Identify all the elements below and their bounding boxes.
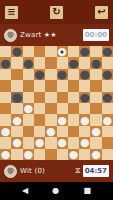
white-king[interactable]: ●	[57, 46, 68, 57]
square-r8c3[interactable]: ●	[34, 137, 45, 148]
white-man[interactable]: ●	[57, 137, 68, 148]
player-row-black: Zwart ★★ 00:00	[0, 24, 113, 46]
square-r0c5[interactable]: ●	[57, 46, 68, 57]
square-r9c2[interactable]: ●	[23, 149, 34, 160]
square-r0c4	[45, 46, 56, 57]
square-r9c7	[79, 149, 90, 160]
square-r0c1[interactable]: ●	[11, 46, 22, 57]
square-r9c1	[11, 149, 22, 160]
black-man[interactable]: ●	[79, 92, 90, 103]
square-r1c1	[11, 57, 22, 68]
square-r6c2	[23, 114, 34, 125]
board[interactable]: ●●●●●●●●●●●●●●●●●●●●●●●●●●●●●●●	[0, 46, 113, 160]
square-r2c9[interactable]: ●	[102, 69, 113, 80]
square-r2c0	[0, 69, 11, 80]
square-r3c5	[57, 80, 68, 91]
square-r4c0	[0, 92, 11, 103]
square-r8c2	[23, 137, 34, 148]
square-r4c5[interactable]	[57, 92, 68, 103]
square-r3c6[interactable]	[68, 80, 79, 91]
square-r6c6	[68, 114, 79, 125]
square-r2c8	[90, 69, 101, 80]
square-r6c9[interactable]: ●	[102, 114, 113, 125]
square-r8c6	[68, 137, 79, 148]
white-man[interactable]: ●	[79, 137, 90, 148]
square-r7c4[interactable]: ●	[45, 126, 56, 137]
home-icon[interactable]: ●	[52, 187, 59, 195]
square-r4c8	[90, 92, 101, 103]
square-r6c3[interactable]	[34, 114, 45, 125]
square-r3c3	[34, 80, 45, 91]
square-r7c2[interactable]	[23, 126, 34, 137]
recents-icon[interactable]: ■	[83, 187, 91, 195]
square-r3c0[interactable]	[0, 80, 11, 91]
square-r5c6[interactable]	[68, 103, 79, 114]
square-r4c7[interactable]: ●	[79, 92, 90, 103]
white-man[interactable]: ●	[11, 137, 22, 148]
white-man[interactable]: ●	[57, 114, 68, 125]
square-r8c9[interactable]	[102, 137, 113, 148]
white-man[interactable]: ●	[11, 114, 22, 125]
square-r2c7[interactable]: ●	[79, 69, 90, 80]
black-man[interactable]: ●	[102, 69, 113, 80]
square-r1c8[interactable]: ●	[90, 57, 101, 68]
black-player-name: Zwart ★★	[20, 31, 57, 39]
square-r8c0	[0, 137, 11, 148]
square-r5c7	[79, 103, 90, 114]
square-r5c5	[57, 103, 68, 114]
black-player-avatar	[4, 29, 17, 42]
player-row-white: Wit (0) ⧖ 04:57	[0, 160, 113, 182]
square-r0c0	[0, 46, 11, 57]
square-r0c2	[23, 46, 34, 57]
square-r5c4[interactable]	[45, 103, 56, 114]
square-r8c7[interactable]: ●	[79, 137, 90, 148]
square-r2c3[interactable]: ●	[34, 69, 45, 80]
square-r9c3	[34, 149, 45, 160]
undo-button[interactable]: ↩	[94, 5, 109, 20]
square-r7c9	[102, 126, 113, 137]
white-man[interactable]: ●	[0, 149, 11, 160]
back-icon[interactable]: ◀	[22, 187, 28, 195]
square-r9c0[interactable]: ●	[0, 149, 11, 160]
square-r7c6[interactable]	[68, 126, 79, 137]
black-man[interactable]: ●	[102, 92, 113, 103]
black-man[interactable]: ●	[102, 46, 113, 57]
square-r8c4	[45, 137, 56, 148]
white-man[interactable]: ●	[90, 126, 101, 137]
black-man[interactable]: ●	[79, 46, 90, 57]
square-r4c1[interactable]: ●	[11, 92, 22, 103]
white-man[interactable]: ●	[0, 126, 11, 137]
square-r5c1	[11, 103, 22, 114]
white-man[interactable]: ●	[90, 149, 101, 160]
black-man[interactable]: ●	[11, 46, 22, 57]
square-r5c3	[34, 103, 45, 114]
square-r4c9[interactable]: ●	[102, 92, 113, 103]
square-r8c5[interactable]: ●	[57, 137, 68, 148]
square-r6c7[interactable]: ●	[79, 114, 90, 125]
square-r6c1[interactable]: ●	[11, 114, 22, 125]
black-player-clock: 00:00	[83, 29, 109, 41]
square-r0c3[interactable]	[34, 46, 45, 57]
hamburger-icon: ≡	[7, 6, 15, 17]
menu-button[interactable]: ≡	[4, 5, 19, 20]
black-man[interactable]: ●	[57, 69, 68, 80]
square-r3c1	[11, 80, 22, 91]
square-r8c1[interactable]: ●	[11, 137, 22, 148]
black-man[interactable]: ●	[11, 92, 22, 103]
square-r1c4[interactable]	[45, 57, 56, 68]
square-r2c6	[68, 69, 79, 80]
square-r3c9	[102, 80, 113, 91]
square-r9c9	[102, 149, 113, 160]
square-r7c8[interactable]: ●	[90, 126, 101, 137]
square-r9c6[interactable]: ●	[68, 149, 79, 160]
square-r0c8	[90, 46, 101, 57]
square-r5c8[interactable]	[90, 103, 101, 114]
square-r3c7	[79, 80, 90, 91]
top-toolbar: ≡ ↻ ↩	[0, 0, 113, 24]
square-r3c2[interactable]	[23, 80, 34, 91]
square-r3c8[interactable]	[90, 80, 101, 91]
square-r9c5	[57, 149, 68, 160]
square-r2c1[interactable]	[11, 69, 22, 80]
new-game-button[interactable]: ↻	[49, 5, 64, 20]
white-man[interactable]: ●	[45, 126, 56, 137]
square-r3c4[interactable]	[45, 80, 56, 91]
square-r9c4[interactable]	[45, 149, 56, 160]
white-man[interactable]: ●	[102, 114, 113, 125]
square-r9c8[interactable]: ●	[90, 149, 101, 160]
undo-icon: ↩	[97, 6, 105, 17]
square-r7c0[interactable]: ●	[0, 126, 11, 137]
white-man[interactable]: ●	[68, 149, 79, 160]
square-r0c9[interactable]: ●	[102, 46, 113, 57]
white-player-clock: 04:57	[83, 165, 109, 177]
square-r6c5[interactable]: ●	[57, 114, 68, 125]
black-man[interactable]: ●	[90, 57, 101, 68]
square-r4c3[interactable]	[34, 92, 45, 103]
white-player-avatar	[4, 165, 17, 178]
square-r4c4	[45, 92, 56, 103]
square-r0c7[interactable]: ●	[79, 46, 90, 57]
white-man[interactable]: ●	[23, 103, 34, 114]
square-r1c0[interactable]: ●	[0, 57, 11, 68]
black-man[interactable]: ●	[0, 57, 11, 68]
square-r5c0[interactable]	[0, 103, 11, 114]
android-nav-bar: ◀ ● ■	[0, 182, 113, 200]
black-man[interactable]: ●	[68, 57, 79, 68]
white-man[interactable]: ●	[23, 149, 34, 160]
black-man[interactable]: ●	[79, 69, 90, 80]
white-man[interactable]: ●	[34, 137, 45, 148]
hourglass-icon: ⧖	[75, 167, 81, 175]
square-r1c6[interactable]: ●	[68, 57, 79, 68]
square-r0c6	[68, 46, 79, 57]
square-r2c4	[45, 69, 56, 80]
square-r5c2[interactable]: ●	[23, 103, 34, 114]
square-r8c8	[90, 137, 101, 148]
square-r4c6	[68, 92, 79, 103]
white-player-name: Wit (0)	[20, 167, 45, 175]
square-r1c2[interactable]: ●	[23, 57, 34, 68]
refresh-icon: ↻	[52, 6, 60, 17]
black-man[interactable]: ●	[23, 57, 34, 68]
black-man[interactable]: ●	[34, 69, 45, 80]
square-r2c2	[23, 69, 34, 80]
square-r2c5[interactable]: ●	[57, 69, 68, 80]
white-man[interactable]: ●	[79, 114, 90, 125]
square-r5c9	[102, 103, 113, 114]
